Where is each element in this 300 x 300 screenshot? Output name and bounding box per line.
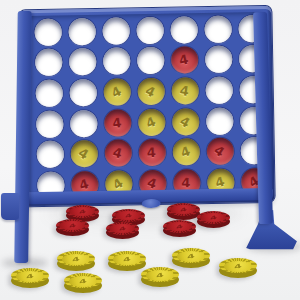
empty-hole xyxy=(102,17,129,44)
empty-hole xyxy=(69,48,96,75)
cell-c2-r1[interactable] xyxy=(64,16,99,47)
empty-hole xyxy=(206,107,233,134)
cell-c3-r4[interactable]: 4 xyxy=(100,107,135,138)
yellow-piece[interactable]: 4 xyxy=(70,140,97,167)
red-chip[interactable]: 4 xyxy=(56,219,89,236)
chip-face: 4 xyxy=(113,254,142,265)
yellow-chip[interactable]: 4 xyxy=(172,248,210,268)
yellow-chip[interactable]: 4 xyxy=(64,273,102,293)
yellow-chip[interactable]: 4 xyxy=(57,251,95,271)
piece-numeral: 4 xyxy=(112,146,124,161)
yellow-chip[interactable]: 4 xyxy=(141,267,179,287)
piece-numeral: 4 xyxy=(145,115,159,131)
piece-numeral: 4 xyxy=(214,175,226,190)
piece-numeral: 4 xyxy=(178,53,190,68)
chip-numeral: 4 xyxy=(26,273,35,280)
yellow-piece[interactable]: 4 xyxy=(172,108,199,135)
empty-hole xyxy=(204,15,231,42)
connect-four-product-scene: 444444444444444444 44444444444444 xyxy=(0,0,300,300)
red-piece[interactable]: 4 xyxy=(170,47,197,74)
chip-face: 4 xyxy=(69,276,98,287)
empty-hole xyxy=(103,48,130,75)
cell-c3-r2[interactable] xyxy=(99,46,134,77)
piece-numeral: 4 xyxy=(144,84,158,100)
cell-c1-r1[interactable] xyxy=(30,16,65,47)
cell-c5-r5[interactable]: 4 xyxy=(169,137,204,168)
chip-numeral: 4 xyxy=(179,206,187,213)
cell-c1-r4[interactable] xyxy=(32,108,67,139)
empty-hole xyxy=(69,79,96,106)
cell-c3-r5[interactable]: 4 xyxy=(101,138,136,169)
empty-hole xyxy=(136,47,163,74)
red-chip[interactable]: 4 xyxy=(163,220,196,237)
cell-c3-r3[interactable]: 4 xyxy=(100,77,135,108)
piece-numeral: 4 xyxy=(112,116,123,130)
yellow-piece[interactable]: 4 xyxy=(172,139,199,166)
empty-hole xyxy=(70,110,97,137)
empty-hole xyxy=(136,17,163,44)
cell-c1-r5[interactable] xyxy=(33,139,68,170)
cell-c2-r3[interactable] xyxy=(66,77,101,108)
cell-c2-r5[interactable]: 4 xyxy=(67,139,102,170)
empty-hole xyxy=(205,77,232,104)
cell-c4-r5[interactable]: 4 xyxy=(135,137,170,168)
empty-hole xyxy=(68,18,95,45)
piece-numeral: 4 xyxy=(179,84,190,98)
empty-hole xyxy=(170,16,197,43)
cell-c5-r2[interactable]: 4 xyxy=(167,45,202,76)
empty-hole xyxy=(36,110,63,137)
chip-numeral: 4 xyxy=(79,278,88,285)
chip-numeral: 4 xyxy=(72,256,81,263)
empty-hole xyxy=(36,141,63,168)
piece-numeral: 4 xyxy=(110,84,124,100)
piece-numeral: 4 xyxy=(182,176,191,189)
chip-numeral: 4 xyxy=(156,272,165,279)
chip-numeral: 4 xyxy=(175,223,183,230)
board-panel: 444444444444444444 xyxy=(19,6,274,206)
cell-c6-r1[interactable] xyxy=(200,14,235,45)
piece-numeral: 4 xyxy=(77,146,91,162)
empty-hole xyxy=(35,49,62,76)
yellow-piece[interactable]: 4 xyxy=(171,77,198,104)
cell-c4-r3[interactable]: 4 xyxy=(134,76,169,107)
cell-c5-r4[interactable]: 4 xyxy=(168,106,203,137)
yellow-chip[interactable]: 4 xyxy=(11,268,49,288)
chip-face: 4 xyxy=(16,271,45,282)
cell-c1-r3[interactable] xyxy=(32,78,67,109)
empty-hole xyxy=(35,80,62,107)
chip-numeral: 4 xyxy=(118,225,126,232)
chip-face: 4 xyxy=(146,270,175,281)
yellow-piece[interactable]: 4 xyxy=(103,79,130,106)
cell-c5-r3[interactable]: 4 xyxy=(167,75,202,106)
cell-c4-r1[interactable] xyxy=(132,15,167,46)
piece-numeral: 4 xyxy=(179,145,192,160)
cell-c2-r2[interactable] xyxy=(65,47,100,78)
piece-numeral: 4 xyxy=(147,146,157,159)
piece-numeral: 4 xyxy=(178,114,192,130)
cell-c3-r1[interactable] xyxy=(98,15,133,46)
chip-face: 4 xyxy=(62,254,91,265)
cell-c6-r4[interactable] xyxy=(202,105,237,136)
red-chip[interactable]: 4 xyxy=(106,222,139,239)
cell-c1-r2[interactable] xyxy=(31,47,66,78)
red-piece[interactable]: 4 xyxy=(104,109,131,136)
cell-c6-r3[interactable] xyxy=(201,75,236,106)
red-piece[interactable]: 4 xyxy=(138,139,165,166)
cell-c4-r2[interactable] xyxy=(133,45,168,76)
chip-numeral: 4 xyxy=(123,256,132,263)
red-chip[interactable]: 4 xyxy=(197,211,230,228)
cell-c6-r5[interactable]: 4 xyxy=(203,136,238,167)
chip-numeral: 4 xyxy=(78,208,86,215)
yellow-piece[interactable]: 4 xyxy=(138,109,165,136)
left-foot xyxy=(1,193,19,220)
cell-c4-r4[interactable]: 4 xyxy=(134,107,169,138)
cell-c6-r2[interactable] xyxy=(201,44,236,75)
release-slider-tab[interactable] xyxy=(142,199,161,208)
yellow-piece[interactable]: 4 xyxy=(137,78,164,105)
chip-numeral: 4 xyxy=(124,212,132,219)
empty-hole xyxy=(204,46,231,73)
empty-hole xyxy=(34,18,61,45)
chip-numeral: 4 xyxy=(68,222,76,229)
cell-c5-r1[interactable] xyxy=(166,14,201,45)
chip-numeral: 4 xyxy=(234,263,243,270)
cell-c2-r4[interactable] xyxy=(66,108,101,139)
red-chip[interactable]: 4 xyxy=(167,203,200,220)
chip-numeral: 4 xyxy=(209,214,217,221)
chip-numeral: 4 xyxy=(187,253,196,260)
chip-face: 4 xyxy=(177,251,206,262)
piece-numeral: 4 xyxy=(212,144,227,160)
yellow-chip[interactable]: 4 xyxy=(219,258,257,278)
board-grid: 444444444444444444 xyxy=(30,13,271,201)
red-piece[interactable]: 4 xyxy=(206,138,233,165)
red-piece[interactable]: 4 xyxy=(104,140,131,167)
chip-face: 4 xyxy=(224,261,253,272)
